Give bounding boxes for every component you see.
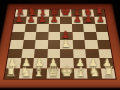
square-b7[interactable]: ♟ <box>25 17 37 24</box>
square-g1[interactable]: ♞ <box>87 68 102 79</box>
square-g4[interactable] <box>85 40 98 49</box>
board-frame: ♜♞♝♛♚♝♞♜♟♟♟♟♟♟♟♟♟♟♟♟♟♟♟♟♜♞♝♛♚♝♞♜ <box>0 4 120 87</box>
piece-white-king[interactable]: ♚ <box>60 64 73 79</box>
square-b5[interactable] <box>23 32 36 40</box>
piece-white-bishop[interactable]: ♝ <box>33 65 45 78</box>
square-d7[interactable]: ♟ <box>48 17 60 24</box>
piece-white-knight[interactable]: ♞ <box>89 65 101 78</box>
square-g7[interactable]: ♟ <box>83 17 95 24</box>
square-f6[interactable] <box>72 24 84 32</box>
square-h5[interactable] <box>96 32 109 40</box>
piece-black-pawn[interactable]: ♟ <box>73 15 81 24</box>
piece-white-rook[interactable]: ♜ <box>103 65 115 78</box>
piece-black-pawn[interactable]: ♟ <box>50 15 58 24</box>
square-c6[interactable] <box>36 24 48 32</box>
square-e1[interactable]: ♚ <box>60 68 74 79</box>
square-c1[interactable]: ♝ <box>32 68 46 79</box>
piece-black-pawn[interactable]: ♟ <box>85 15 93 24</box>
square-h1[interactable]: ♜ <box>100 68 115 79</box>
square-d4[interactable] <box>47 40 60 49</box>
game-scene: ♜♞♝♛♚♝♞♜♟♟♟♟♟♟♟♟♟♟♟♟♟♟♟♟♜♞♝♛♚♝♞♜ <box>0 0 120 90</box>
piece-white-bishop[interactable]: ♝ <box>75 65 87 78</box>
square-g6[interactable] <box>83 24 96 32</box>
piece-white-pawn[interactable]: ♟ <box>62 39 71 49</box>
chess-board: ♜♞♝♛♚♝♞♜♟♟♟♟♟♟♟♟♟♟♟♟♟♟♟♟♜♞♝♛♚♝♞♜ <box>4 10 115 79</box>
square-h6[interactable] <box>95 24 108 32</box>
square-e7[interactable] <box>60 17 72 24</box>
square-d1[interactable]: ♛ <box>46 68 60 79</box>
square-e3[interactable] <box>60 49 73 58</box>
piece-white-rook[interactable]: ♜ <box>5 65 17 78</box>
piece-black-king[interactable]: ♚ <box>60 5 71 17</box>
square-e4[interactable]: ♟ <box>60 40 73 49</box>
square-b6[interactable] <box>24 24 37 32</box>
square-f4[interactable] <box>72 40 85 49</box>
piece-black-pawn[interactable]: ♟ <box>38 15 46 24</box>
square-e8[interactable]: ♚ <box>60 10 71 17</box>
square-a1[interactable]: ♜ <box>4 68 19 79</box>
square-c7[interactable]: ♟ <box>37 17 49 24</box>
piece-black-pawn[interactable]: ♟ <box>27 15 35 24</box>
square-c5[interactable] <box>36 32 49 40</box>
square-d5[interactable] <box>48 32 60 40</box>
square-d6[interactable] <box>48 24 60 32</box>
square-c4[interactable] <box>35 40 48 49</box>
square-b1[interactable]: ♞ <box>18 68 33 79</box>
square-h4[interactable] <box>97 40 111 49</box>
piece-black-pawn[interactable]: ♟ <box>96 15 104 24</box>
square-f7[interactable]: ♟ <box>71 17 83 24</box>
square-f1[interactable]: ♝ <box>73 68 87 79</box>
square-h7[interactable]: ♟ <box>94 17 107 24</box>
square-g5[interactable] <box>84 32 97 40</box>
piece-white-queen[interactable]: ♛ <box>47 64 60 79</box>
piece-white-knight[interactable]: ♞ <box>19 65 31 78</box>
square-b4[interactable] <box>22 40 35 49</box>
piece-black-pawn[interactable]: ♟ <box>15 15 23 24</box>
square-f5[interactable] <box>72 32 85 40</box>
square-a7[interactable]: ♟ <box>14 17 27 24</box>
